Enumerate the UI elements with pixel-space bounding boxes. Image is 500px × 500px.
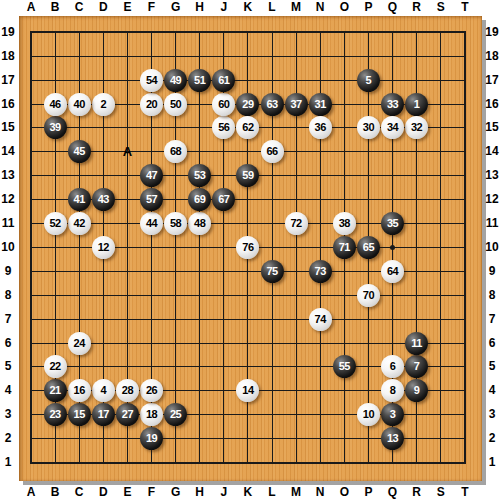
coord-label-right-4: 4 (484, 384, 500, 397)
coord-label-top-R: R (408, 1, 426, 14)
go-stone-white-8[interactable]: 8 (381, 379, 404, 402)
coord-label-right-17: 17 (484, 74, 500, 87)
go-stone-black-55[interactable]: 55 (333, 355, 356, 378)
coord-label-top-D: D (94, 1, 112, 14)
go-stone-white-26[interactable]: 26 (140, 379, 163, 402)
go-stone-black-45[interactable]: 45 (68, 140, 91, 163)
go-stone-white-44[interactable]: 44 (140, 212, 163, 235)
go-stone-black-35[interactable]: 35 (381, 212, 404, 235)
go-stone-black-21[interactable]: 21 (44, 379, 67, 402)
go-stone-black-13[interactable]: 13 (381, 427, 404, 450)
go-stone-black-27[interactable]: 27 (116, 403, 139, 426)
go-stone-white-64[interactable]: 64 (381, 260, 404, 283)
coord-label-right-10: 10 (484, 241, 500, 254)
coord-label-left-9: 9 (0, 265, 16, 278)
go-stone-white-42[interactable]: 42 (68, 212, 91, 235)
coord-label-right-8: 8 (484, 289, 500, 302)
go-stone-white-2[interactable]: 2 (92, 93, 115, 116)
coord-label-left-11: 11 (0, 217, 16, 230)
go-stone-white-76[interactable]: 76 (236, 236, 259, 259)
go-stone-white-66[interactable]: 66 (261, 140, 284, 163)
go-stone-white-54[interactable]: 54 (140, 69, 163, 92)
star-point (390, 245, 395, 250)
coord-label-bottom-P: P (359, 486, 377, 499)
coord-label-right-11: 11 (484, 217, 500, 230)
go-stone-white-28[interactable]: 28 (116, 379, 139, 402)
coord-label-top-B: B (46, 1, 64, 14)
go-stone-white-48[interactable]: 48 (188, 212, 211, 235)
coord-label-left-15: 15 (0, 121, 16, 134)
go-stone-black-71[interactable]: 71 (333, 236, 356, 259)
coord-label-right-14: 14 (484, 145, 500, 158)
go-stone-white-68[interactable]: 68 (164, 140, 187, 163)
go-stone-white-72[interactable]: 72 (285, 212, 308, 235)
go-stone-white-34[interactable]: 34 (381, 116, 404, 139)
coord-label-left-14: 14 (0, 145, 16, 158)
coord-label-top-N: N (311, 1, 329, 14)
coord-label-top-M: M (287, 1, 305, 14)
coord-label-bottom-M: M (287, 486, 305, 499)
grid-line-horizontal (30, 462, 466, 464)
go-stone-black-9[interactable]: 9 (405, 379, 428, 402)
coord-label-left-8: 8 (0, 289, 16, 302)
go-stone-white-60[interactable]: 60 (212, 93, 235, 116)
go-stone-black-47[interactable]: 47 (140, 164, 163, 187)
coord-label-top-P: P (359, 1, 377, 14)
coord-label-top-A: A (22, 1, 40, 14)
go-stone-black-53[interactable]: 53 (188, 164, 211, 187)
go-stone-white-38[interactable]: 38 (333, 212, 356, 235)
coord-label-bottom-R: R (408, 486, 426, 499)
go-stone-white-24[interactable]: 24 (68, 332, 91, 355)
go-stone-black-15[interactable]: 15 (68, 403, 91, 426)
coord-label-left-6: 6 (0, 337, 16, 350)
go-stone-white-36[interactable]: 36 (309, 116, 332, 139)
coord-label-left-18: 18 (0, 50, 16, 63)
go-stone-black-51[interactable]: 51 (188, 69, 211, 92)
annotation-label: A (118, 145, 136, 159)
coord-label-bottom-O: O (335, 486, 353, 499)
coord-label-top-J: J (215, 1, 233, 14)
go-stone-white-70[interactable]: 70 (357, 284, 380, 307)
coord-label-bottom-A: A (22, 486, 40, 499)
go-stone-white-32[interactable]: 32 (405, 116, 428, 139)
coord-label-bottom-S: S (432, 486, 450, 499)
coord-label-right-16: 16 (484, 98, 500, 111)
coord-label-left-3: 3 (0, 408, 16, 421)
coord-label-top-Q: Q (384, 1, 402, 14)
go-stone-black-39[interactable]: 39 (44, 116, 67, 139)
coord-label-top-G: G (167, 1, 185, 14)
coord-label-right-9: 9 (484, 265, 500, 278)
coord-label-right-15: 15 (484, 121, 500, 134)
go-board[interactable]: 1234567891011121314151617181920212223242… (19, 16, 482, 481)
coord-label-right-2: 2 (484, 432, 500, 445)
go-stone-black-11[interactable]: 11 (405, 332, 428, 355)
coord-label-top-E: E (118, 1, 136, 14)
go-kifu-diagram: 1234567891011121314151617181920212223242… (0, 0, 500, 500)
go-stone-black-63[interactable]: 63 (261, 93, 284, 116)
go-stone-black-59[interactable]: 59 (236, 164, 259, 187)
grid-line-horizontal (30, 295, 466, 296)
go-stone-white-56[interactable]: 56 (212, 116, 235, 139)
coord-label-right-5: 5 (484, 360, 500, 373)
go-stone-white-4[interactable]: 4 (92, 379, 115, 402)
go-stone-black-5[interactable]: 5 (357, 69, 380, 92)
coord-label-bottom-E: E (118, 486, 136, 499)
coord-label-bottom-K: K (239, 486, 257, 499)
coord-label-bottom-J: J (215, 486, 233, 499)
coord-label-bottom-B: B (46, 486, 64, 499)
go-stone-black-49[interactable]: 49 (164, 69, 187, 92)
coord-label-right-18: 18 (484, 50, 500, 63)
go-stone-white-58[interactable]: 58 (164, 212, 187, 235)
go-stone-white-20[interactable]: 20 (140, 93, 163, 116)
coord-label-top-H: H (191, 1, 209, 14)
coord-label-left-7: 7 (0, 313, 16, 326)
coord-label-top-C: C (70, 1, 88, 14)
go-stone-black-1[interactable]: 1 (405, 93, 428, 116)
coord-label-left-13: 13 (0, 169, 16, 182)
go-stone-white-30[interactable]: 30 (357, 116, 380, 139)
coord-label-left-17: 17 (0, 74, 16, 87)
coord-label-bottom-D: D (94, 486, 112, 499)
go-stone-black-69[interactable]: 69 (188, 188, 211, 211)
coord-label-right-13: 13 (484, 169, 500, 182)
go-stone-black-25[interactable]: 25 (164, 403, 187, 426)
coord-label-left-5: 5 (0, 360, 16, 373)
grid-line-vertical (464, 31, 466, 463)
coord-label-left-2: 2 (0, 432, 16, 445)
coord-label-top-F: F (143, 1, 161, 14)
grid-line-horizontal (30, 319, 466, 320)
coord-label-bottom-F: F (143, 486, 161, 499)
go-stone-black-29[interactable]: 29 (236, 93, 259, 116)
coord-label-top-T: T (456, 1, 474, 14)
coord-label-left-4: 4 (0, 384, 16, 397)
go-stone-black-3[interactable]: 3 (381, 403, 404, 426)
go-stone-white-62[interactable]: 62 (236, 116, 259, 139)
grid-line-horizontal (30, 343, 466, 344)
go-stone-black-57[interactable]: 57 (140, 188, 163, 211)
go-stone-white-16[interactable]: 16 (68, 379, 91, 402)
grid-line-vertical (440, 31, 441, 463)
go-stone-white-50[interactable]: 50 (164, 93, 187, 116)
coord-label-left-1: 1 (0, 456, 16, 469)
go-stone-black-31[interactable]: 31 (309, 93, 332, 116)
coord-label-top-O: O (335, 1, 353, 14)
go-stone-white-12[interactable]: 12 (92, 236, 115, 259)
go-stone-white-46[interactable]: 46 (44, 93, 67, 116)
coord-label-bottom-L: L (263, 486, 281, 499)
go-stone-black-67[interactable]: 67 (212, 188, 235, 211)
go-stone-black-41[interactable]: 41 (68, 188, 91, 211)
go-stone-black-75[interactable]: 75 (261, 260, 284, 283)
coord-label-bottom-Q: Q (384, 486, 402, 499)
coord-label-bottom-C: C (70, 486, 88, 499)
coord-label-left-12: 12 (0, 193, 16, 206)
go-stone-black-43[interactable]: 43 (92, 188, 115, 211)
go-stone-white-74[interactable]: 74 (309, 308, 332, 331)
go-stone-white-18[interactable]: 18 (140, 403, 163, 426)
go-stone-black-73[interactable]: 73 (309, 260, 332, 283)
go-stone-black-61[interactable]: 61 (212, 69, 235, 92)
coord-label-right-1: 1 (484, 456, 500, 469)
coord-label-left-16: 16 (0, 98, 16, 111)
go-stone-black-37[interactable]: 37 (285, 93, 308, 116)
coord-label-bottom-T: T (456, 486, 474, 499)
coord-label-bottom-N: N (311, 486, 329, 499)
go-stone-black-7[interactable]: 7 (405, 355, 428, 378)
go-stone-black-23[interactable]: 23 (44, 403, 67, 426)
coord-label-top-S: S (432, 1, 450, 14)
go-stone-black-33[interactable]: 33 (381, 93, 404, 116)
go-stone-white-6[interactable]: 6 (381, 355, 404, 378)
coord-label-top-K: K (239, 1, 257, 14)
coord-label-top-L: L (263, 1, 281, 14)
go-stone-black-17[interactable]: 17 (92, 403, 115, 426)
go-stone-white-40[interactable]: 40 (68, 93, 91, 116)
go-stone-white-10[interactable]: 10 (357, 403, 380, 426)
coord-label-right-12: 12 (484, 193, 500, 206)
go-stone-white-14[interactable]: 14 (236, 379, 259, 402)
coord-label-right-7: 7 (484, 313, 500, 326)
go-stone-white-52[interactable]: 52 (44, 212, 67, 235)
go-stone-white-22[interactable]: 22 (44, 355, 67, 378)
go-stone-black-65[interactable]: 65 (357, 236, 380, 259)
coord-label-right-6: 6 (484, 337, 500, 350)
coord-label-bottom-H: H (191, 486, 209, 499)
coord-label-left-10: 10 (0, 241, 16, 254)
coord-label-right-19: 19 (484, 26, 500, 39)
coord-label-right-3: 3 (484, 408, 500, 421)
go-stone-black-19[interactable]: 19 (140, 427, 163, 450)
coord-label-left-19: 19 (0, 26, 16, 39)
coord-label-bottom-G: G (167, 486, 185, 499)
